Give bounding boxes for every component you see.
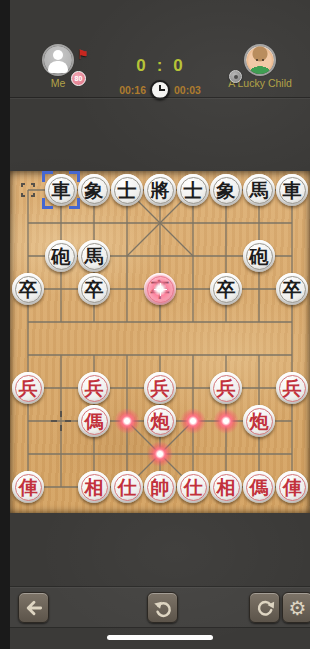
piece-glyph: 車	[283, 181, 302, 200]
piece-glyph: 卒	[283, 280, 302, 299]
left-arrow-icon	[24, 598, 44, 618]
piece-black[interactable]: 士	[111, 174, 143, 206]
piece-red[interactable]: 兵	[210, 372, 242, 404]
back-button[interactable]	[18, 592, 49, 623]
flag-icon: ⚑	[77, 48, 89, 61]
piece-red[interactable]: 兵	[276, 372, 308, 404]
piece-glyph: 炮	[151, 412, 170, 431]
piece-black[interactable]: 卒	[210, 273, 242, 305]
piece-black[interactable]: 卒	[276, 273, 308, 305]
piece-red[interactable]: 炮	[144, 405, 176, 437]
move-dot[interactable]	[147, 441, 173, 467]
piece-glyph: 象	[85, 181, 104, 200]
xiangqi-board[interactable]: 車象士將士象馬車砲馬砲卒卒卒卒卒兵兵兵兵兵傌炮炮俥相仕帥仕相傌俥	[10, 171, 310, 513]
score-left: 0	[136, 56, 146, 75]
piece-red[interactable]: 傌	[78, 405, 110, 437]
piece-red[interactable]: 相	[78, 471, 110, 503]
piece-red[interactable]: 俥	[12, 471, 44, 503]
piece-glyph: 砲	[52, 247, 71, 266]
piece-glyph: 炮	[250, 412, 269, 431]
piece-black[interactable]: 卒	[144, 273, 176, 305]
piece-red[interactable]: 相	[210, 471, 242, 503]
piece-black[interactable]: 卒	[78, 273, 110, 305]
piece-glyph: 士	[184, 181, 203, 200]
move-dot[interactable]	[180, 408, 206, 434]
move-dot[interactable]	[114, 408, 140, 434]
piece-glyph: 車	[52, 181, 71, 200]
piece-red[interactable]: 兵	[12, 372, 44, 404]
piece-black[interactable]: 將	[144, 174, 176, 206]
piece-glyph: 相	[217, 478, 236, 497]
piece-red[interactable]: 帥	[144, 471, 176, 503]
piece-black[interactable]: 卒	[12, 273, 44, 305]
piece-red[interactable]: 傌	[243, 471, 275, 503]
piece-glyph: 傌	[250, 478, 269, 497]
piece-glyph: 兵	[85, 379, 104, 398]
piece-glyph: 象	[217, 181, 236, 200]
score: 0:0	[110, 56, 210, 76]
piece-glyph: 兵	[217, 379, 236, 398]
piece-glyph: 仕	[118, 478, 137, 497]
piece-glyph: 卒	[151, 280, 170, 299]
piece-black[interactable]: 砲	[243, 240, 275, 272]
piece-glyph: 卒	[217, 280, 236, 299]
panel-seam	[10, 97, 310, 98]
piece-red[interactable]: 炮	[243, 405, 275, 437]
piece-glyph: 士	[118, 181, 137, 200]
timer-right: 00:03	[174, 84, 201, 96]
piece-black[interactable]: 馬	[78, 240, 110, 272]
xiangqi-app: ⚑ 80 Me 0:0 00:16 00:03 A Lucky Child 車象…	[10, 0, 310, 649]
piece-glyph: 卒	[19, 280, 38, 299]
player-left-name: Me	[13, 77, 103, 89]
piece-black[interactable]: 砲	[45, 240, 77, 272]
player-right: A Lucky Child	[215, 46, 305, 89]
piece-black[interactable]: 馬	[243, 174, 275, 206]
rotate-button[interactable]	[249, 592, 280, 623]
move-dot[interactable]	[213, 408, 239, 434]
medal-badge-icon	[229, 70, 242, 83]
avatar-left[interactable]	[44, 46, 72, 74]
gear-icon: ⚙	[289, 598, 307, 618]
player-left: ⚑ 80 Me	[13, 46, 103, 89]
piece-black[interactable]: 象	[210, 174, 242, 206]
piece-black[interactable]: 車	[276, 174, 308, 206]
piece-black[interactable]: 象	[78, 174, 110, 206]
piece-black[interactable]: 士	[177, 174, 209, 206]
piece-glyph: 俥	[19, 478, 38, 497]
undo-button[interactable]	[147, 592, 178, 623]
timer-left: 00:16	[119, 84, 146, 96]
piece-red[interactable]: 仕	[177, 471, 209, 503]
piece-glyph: 卒	[85, 280, 104, 299]
home-indicator[interactable]	[107, 635, 213, 640]
piece-glyph: 俥	[283, 478, 302, 497]
settings-button[interactable]: ⚙	[282, 592, 310, 623]
piece-red[interactable]: 兵	[144, 372, 176, 404]
avatar-right[interactable]	[246, 46, 274, 74]
piece-glyph: 兵	[283, 379, 302, 398]
piece-glyph: 馬	[250, 181, 269, 200]
toolbar: ⚙	[10, 586, 310, 628]
rating-badge: 80	[71, 71, 86, 86]
piece-glyph: 馬	[85, 247, 104, 266]
piece-glyph: 砲	[250, 247, 269, 266]
piece-red[interactable]: 仕	[111, 471, 143, 503]
piece-glyph: 相	[85, 478, 104, 497]
score-right: 0	[173, 56, 183, 75]
piece-red[interactable]: 兵	[78, 372, 110, 404]
piece-red[interactable]: 俥	[276, 471, 308, 503]
score-colon: :	[157, 56, 164, 75]
piece-glyph: 兵	[19, 379, 38, 398]
circular-arrows-icon	[255, 598, 275, 618]
piece-glyph: 帥	[151, 478, 170, 497]
piece-glyph: 傌	[85, 412, 104, 431]
piece-glyph: 兵	[151, 379, 170, 398]
piece-black[interactable]: 車	[45, 174, 77, 206]
piece-glyph: 將	[151, 181, 170, 200]
piece-glyph: 仕	[184, 478, 203, 497]
undo-arrow-icon	[153, 598, 173, 618]
